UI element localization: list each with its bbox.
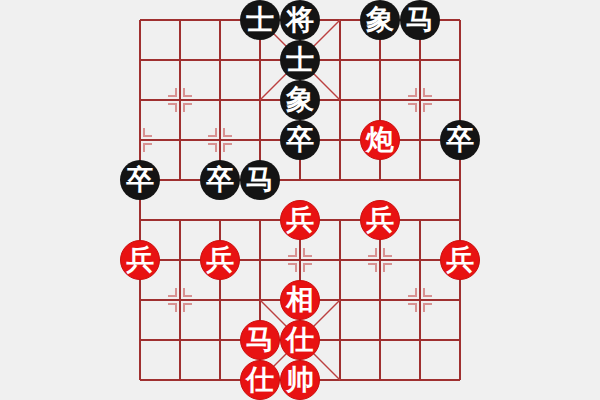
piece-black-horse[interactable]: 马 xyxy=(400,0,440,40)
piece-black-soldier[interactable]: 卒 xyxy=(200,160,240,200)
piece-red-advisor[interactable]: 仕 xyxy=(280,320,320,360)
piece-black-soldier[interactable]: 卒 xyxy=(120,160,160,200)
piece-red-soldier[interactable]: 兵 xyxy=(120,240,160,280)
piece-red-cannon[interactable]: 炮 xyxy=(360,120,400,160)
xiangqi-board-screen: 士将象马士象卒炮卒卒卒马兵兵兵兵兵相马仕仕帅 xyxy=(0,0,600,400)
piece-black-advisor[interactable]: 士 xyxy=(280,40,320,80)
piece-black-soldier[interactable]: 卒 xyxy=(280,120,320,160)
piece-red-soldier[interactable]: 兵 xyxy=(200,240,240,280)
piece-red-general[interactable]: 帅 xyxy=(280,360,320,400)
pieces-layer: 士将象马士象卒炮卒卒卒马兵兵兵兵兵相马仕仕帅 xyxy=(0,0,600,400)
piece-black-elephant[interactable]: 象 xyxy=(280,80,320,120)
piece-red-soldier[interactable]: 兵 xyxy=(280,200,320,240)
piece-black-elephant[interactable]: 象 xyxy=(360,0,400,40)
piece-black-horse[interactable]: 马 xyxy=(240,160,280,200)
piece-red-elephant[interactable]: 相 xyxy=(280,280,320,320)
piece-black-general[interactable]: 将 xyxy=(280,0,320,40)
piece-red-advisor[interactable]: 仕 xyxy=(240,360,280,400)
piece-red-horse[interactable]: 马 xyxy=(240,320,280,360)
piece-red-soldier[interactable]: 兵 xyxy=(440,240,480,280)
piece-red-soldier[interactable]: 兵 xyxy=(360,200,400,240)
piece-black-advisor[interactable]: 士 xyxy=(240,0,280,40)
piece-black-soldier[interactable]: 卒 xyxy=(440,120,480,160)
